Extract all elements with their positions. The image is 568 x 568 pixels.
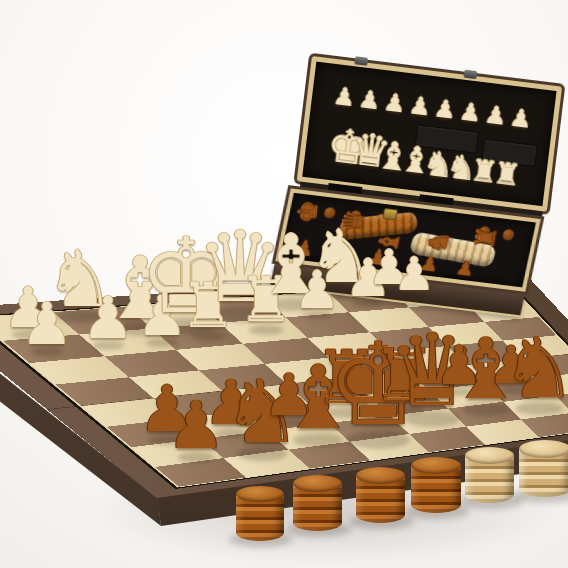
case-white-pawn[interactable]: ♟ [483,103,507,129]
checker-stack-brown[interactable] [356,467,405,523]
checker-top-face [236,486,284,502]
case-white-rook[interactable]: ♜ [492,158,522,191]
case-white-pawn[interactable]: ♟ [433,96,457,122]
brown-knight[interactable]: ♞ [501,326,568,410]
checker-stack-brown[interactable] [236,486,284,541]
case-white-pawn[interactable]: ♟ [382,90,406,116]
checker-top-face [411,457,461,474]
checker-top-face [519,440,568,458]
case-latch-icon [382,208,398,221]
case-white-pawn[interactable]: ♟ [509,106,533,132]
lying-piece-head [502,229,515,241]
checker-top-face [465,447,514,464]
case-brown-pawn[interactable]: ♟ [454,257,476,279]
checker-stack-brown[interactable] [293,475,342,531]
checker-stack-brown[interactable] [411,457,461,513]
case-white-pawn[interactable]: ♟ [408,93,432,119]
case-white-pawn[interactable]: ♟ [357,87,381,113]
checker-stack-natural[interactable] [519,440,568,497]
case-lid-interior: ♟♟♟♟♟♟♟♟♚♛♝♝♞♞♜♜ [304,64,554,204]
case-white-pawn[interactable]: ♟ [332,84,356,110]
case-clasp-icon [463,70,477,80]
case-brown-piece-lying[interactable]: ♜ [471,225,502,251]
case-clasp-icon [354,56,368,66]
checker-top-face [293,475,342,492]
product-photo-stage: ♟♟♟♟♟♟♟♟♚♛♝♝♞♞♜♜ ♚♛♝♞♜♟♟♟♟♟ ♟♟♞♟♝♟♚♜♛♜♝♟… [0,0,568,568]
case-white-pawn[interactable]: ♟ [458,99,482,125]
white-pawn[interactable]: ♟ [393,251,434,297]
checker-stack-natural[interactable] [465,447,514,503]
checker-top-face [356,467,405,484]
